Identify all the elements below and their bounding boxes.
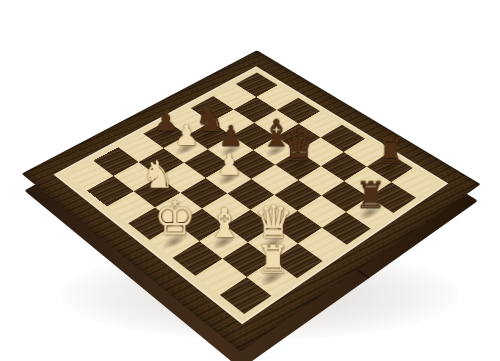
white-rook-b1[interactable]: ♜	[256, 242, 290, 279]
white-pawn-d5[interactable]: ♟	[216, 151, 242, 179]
product-photo: ♟♟♞♞♟♟♝♚♛♝♛♜♜♜	[0, 0, 500, 361]
white-pawn-d7[interactable]: ♟	[174, 122, 199, 149]
black-queen-f4[interactable]: ♛	[280, 126, 317, 166]
white-knight-b6[interactable]: ♞	[141, 157, 174, 193]
white-bishop-b3[interactable]: ♝	[207, 204, 242, 243]
white-king-a4[interactable]: ♚	[154, 196, 196, 241]
black-rook-f1[interactable]: ♜	[355, 179, 387, 214]
square-f1[interactable]: ♜	[345, 197, 393, 229]
square-d5[interactable]: ♟	[205, 164, 251, 194]
black-pawn-e6[interactable]: ♟	[219, 123, 244, 150]
black-rook-h2[interactable]: ♜	[375, 135, 405, 168]
